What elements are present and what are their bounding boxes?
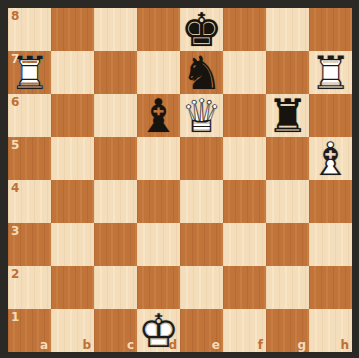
square-f6[interactable] bbox=[223, 94, 266, 137]
rank-label-6: 6 bbox=[11, 96, 19, 108]
square-b1[interactable]: b bbox=[51, 309, 94, 352]
white-bishop[interactable]: ♝♗ bbox=[309, 137, 352, 180]
white-piece-outline: ♕ bbox=[180, 94, 223, 137]
square-f1[interactable]: f bbox=[223, 309, 266, 352]
black-bishop[interactable]: ♝ bbox=[137, 94, 180, 137]
file-label-h: h bbox=[340, 339, 349, 351]
square-e7[interactable]: ♞ bbox=[180, 51, 223, 94]
square-c2[interactable] bbox=[94, 266, 137, 309]
black-piece-glyph: ♜ bbox=[266, 94, 309, 137]
white-rook[interactable]: ♜♖ bbox=[309, 51, 352, 94]
white-piece-outline: ♖ bbox=[8, 51, 51, 94]
file-label-a: a bbox=[40, 339, 48, 351]
square-f4[interactable] bbox=[223, 180, 266, 223]
square-e4[interactable] bbox=[180, 180, 223, 223]
square-f2[interactable] bbox=[223, 266, 266, 309]
square-a3[interactable]: 3 bbox=[8, 223, 51, 266]
file-label-g: g bbox=[297, 339, 306, 351]
square-h6[interactable] bbox=[309, 94, 352, 137]
square-h2[interactable] bbox=[309, 266, 352, 309]
square-e8[interactable]: ♚ bbox=[180, 8, 223, 51]
black-piece-glyph: ♞ bbox=[180, 51, 223, 94]
square-h4[interactable] bbox=[309, 180, 352, 223]
file-label-c: c bbox=[127, 339, 134, 351]
square-h5[interactable]: ♝♗ bbox=[309, 137, 352, 180]
square-g7[interactable] bbox=[266, 51, 309, 94]
square-c8[interactable] bbox=[94, 8, 137, 51]
file-label-e: e bbox=[212, 339, 220, 351]
square-e1[interactable]: e bbox=[180, 309, 223, 352]
square-c3[interactable] bbox=[94, 223, 137, 266]
rank-label-3: 3 bbox=[11, 225, 19, 237]
square-h8[interactable] bbox=[309, 8, 352, 51]
square-g1[interactable]: g bbox=[266, 309, 309, 352]
square-c5[interactable] bbox=[94, 137, 137, 180]
square-f7[interactable] bbox=[223, 51, 266, 94]
chess-board: 8♚♜♖7♞♜♖6♝♛♕♜5♝♗4321abc♚♔defgh bbox=[8, 8, 352, 352]
square-a4[interactable]: 4 bbox=[8, 180, 51, 223]
square-f8[interactable] bbox=[223, 8, 266, 51]
black-rook[interactable]: ♜ bbox=[266, 94, 309, 137]
square-b6[interactable] bbox=[51, 94, 94, 137]
square-g8[interactable] bbox=[266, 8, 309, 51]
square-d6[interactable]: ♝ bbox=[137, 94, 180, 137]
file-label-f: f bbox=[258, 339, 263, 351]
square-g5[interactable] bbox=[266, 137, 309, 180]
square-c6[interactable] bbox=[94, 94, 137, 137]
square-d4[interactable] bbox=[137, 180, 180, 223]
square-b3[interactable] bbox=[51, 223, 94, 266]
white-piece-outline: ♖ bbox=[309, 51, 352, 94]
square-c1[interactable]: c bbox=[94, 309, 137, 352]
square-c7[interactable] bbox=[94, 51, 137, 94]
square-d7[interactable] bbox=[137, 51, 180, 94]
rank-label-4: 4 bbox=[11, 182, 19, 194]
square-b8[interactable] bbox=[51, 8, 94, 51]
rank-label-2: 2 bbox=[11, 268, 19, 280]
square-e5[interactable] bbox=[180, 137, 223, 180]
square-d2[interactable] bbox=[137, 266, 180, 309]
square-d3[interactable] bbox=[137, 223, 180, 266]
rank-label-1: 1 bbox=[11, 311, 19, 323]
rank-label-8: 8 bbox=[11, 10, 19, 22]
square-h7[interactable]: ♜♖ bbox=[309, 51, 352, 94]
black-knight[interactable]: ♞ bbox=[180, 51, 223, 94]
square-g3[interactable] bbox=[266, 223, 309, 266]
square-c4[interactable] bbox=[94, 180, 137, 223]
page: { "game": "chess", "position": { "fen": … bbox=[0, 0, 359, 358]
square-a7[interactable]: ♜♖7 bbox=[8, 51, 51, 94]
square-e2[interactable] bbox=[180, 266, 223, 309]
square-g2[interactable] bbox=[266, 266, 309, 309]
square-a8[interactable]: 8 bbox=[8, 8, 51, 51]
square-d8[interactable] bbox=[137, 8, 180, 51]
white-piece-outline: ♗ bbox=[309, 137, 352, 180]
white-queen[interactable]: ♛♕ bbox=[180, 94, 223, 137]
square-h3[interactable] bbox=[309, 223, 352, 266]
square-d5[interactable] bbox=[137, 137, 180, 180]
square-a1[interactable]: 1a bbox=[8, 309, 51, 352]
black-piece-glyph: ♝ bbox=[137, 94, 180, 137]
square-e3[interactable] bbox=[180, 223, 223, 266]
square-g4[interactable] bbox=[266, 180, 309, 223]
square-f3[interactable] bbox=[223, 223, 266, 266]
square-a2[interactable]: 2 bbox=[8, 266, 51, 309]
square-h1[interactable]: h bbox=[309, 309, 352, 352]
square-d1[interactable]: ♚♔d bbox=[137, 309, 180, 352]
square-g6[interactable]: ♜ bbox=[266, 94, 309, 137]
black-king[interactable]: ♚ bbox=[180, 8, 223, 51]
square-a5[interactable]: 5 bbox=[8, 137, 51, 180]
square-b4[interactable] bbox=[51, 180, 94, 223]
square-a6[interactable]: 6 bbox=[8, 94, 51, 137]
white-piece-outline: ♔ bbox=[137, 309, 180, 352]
black-piece-glyph: ♚ bbox=[180, 8, 223, 51]
rank-label-5: 5 bbox=[11, 139, 19, 151]
white-rook[interactable]: ♜♖ bbox=[8, 51, 51, 94]
square-f5[interactable] bbox=[223, 137, 266, 180]
square-b5[interactable] bbox=[51, 137, 94, 180]
white-king[interactable]: ♚♔ bbox=[137, 309, 180, 352]
file-label-b: b bbox=[82, 339, 91, 351]
square-b7[interactable] bbox=[51, 51, 94, 94]
square-b2[interactable] bbox=[51, 266, 94, 309]
square-e6[interactable]: ♛♕ bbox=[180, 94, 223, 137]
